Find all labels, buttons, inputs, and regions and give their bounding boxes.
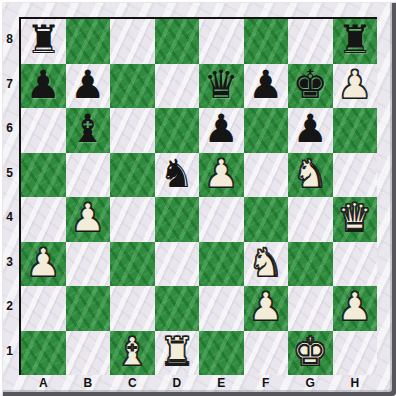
square-b8[interactable] <box>66 19 111 64</box>
square-h2[interactable]: ♟ <box>333 286 378 331</box>
piece-black-bishop: ♝ <box>70 108 105 152</box>
piece-white-pawn: ♟ <box>248 286 283 330</box>
square-f1[interactable] <box>244 331 289 376</box>
square-a2[interactable] <box>21 286 66 331</box>
piece-black-knight: ♞ <box>159 153 194 197</box>
piece-white-bishop: ♝ <box>115 331 150 375</box>
square-g5[interactable]: ♞ <box>288 153 333 198</box>
square-d2[interactable] <box>155 286 200 331</box>
square-d6[interactable] <box>155 108 200 153</box>
square-f8[interactable] <box>244 19 289 64</box>
piece-white-pawn: ♟ <box>337 286 372 330</box>
piece-white-knight: ♞ <box>293 153 328 197</box>
file-label-f: F <box>244 374 289 392</box>
file-label-g: G <box>288 374 333 392</box>
piece-black-rook: ♜ <box>337 19 372 63</box>
square-g1[interactable]: ♚ <box>288 331 333 376</box>
rank-label-8: 8 <box>0 17 19 62</box>
file-label-h: H <box>333 374 378 392</box>
square-b6[interactable]: ♝ <box>66 108 111 153</box>
square-e4[interactable] <box>199 197 244 242</box>
square-a6[interactable] <box>21 108 66 153</box>
square-h7[interactable]: ♟ <box>333 64 378 109</box>
square-e7[interactable]: ♛ <box>199 64 244 109</box>
square-b5[interactable] <box>66 153 111 198</box>
piece-black-pawn: ♟ <box>26 64 61 108</box>
piece-black-rook: ♜ <box>26 19 61 63</box>
rank-labels: 87654321 <box>0 17 19 375</box>
square-c1[interactable]: ♝ <box>110 331 155 376</box>
square-c7[interactable] <box>110 64 155 109</box>
rank-label-1: 1 <box>0 329 19 374</box>
square-e2[interactable] <box>199 286 244 331</box>
square-d5[interactable]: ♞ <box>155 153 200 198</box>
piece-white-pawn: ♟ <box>26 242 61 286</box>
piece-white-king: ♚ <box>293 331 328 375</box>
piece-white-pawn: ♟ <box>70 197 105 241</box>
board: ♜♜♟♟♛♟♚♟♝♟♟♞♟♞♟♛♟♞♟♟♝♜♚ <box>19 17 377 375</box>
square-g4[interactable] <box>288 197 333 242</box>
square-b7[interactable]: ♟ <box>66 64 111 109</box>
square-e1[interactable] <box>199 331 244 376</box>
square-h1[interactable] <box>333 331 378 376</box>
square-f5[interactable] <box>244 153 289 198</box>
file-label-a: A <box>21 374 66 392</box>
piece-black-pawn: ♟ <box>248 64 283 108</box>
square-f2[interactable]: ♟ <box>244 286 289 331</box>
square-c8[interactable] <box>110 19 155 64</box>
square-c5[interactable] <box>110 153 155 198</box>
rank-label-2: 2 <box>0 284 19 329</box>
square-f7[interactable]: ♟ <box>244 64 289 109</box>
piece-black-pawn: ♟ <box>293 108 328 152</box>
piece-black-king: ♚ <box>293 64 328 108</box>
rank-label-6: 6 <box>0 106 19 151</box>
square-d8[interactable] <box>155 19 200 64</box>
rank-label-4: 4 <box>0 195 19 240</box>
square-f4[interactable] <box>244 197 289 242</box>
piece-white-pawn: ♟ <box>337 64 372 108</box>
square-b1[interactable] <box>66 331 111 376</box>
square-b2[interactable] <box>66 286 111 331</box>
piece-black-pawn: ♟ <box>70 64 105 108</box>
rank-label-5: 5 <box>0 151 19 196</box>
rank-label-7: 7 <box>0 62 19 107</box>
square-h5[interactable] <box>333 153 378 198</box>
square-d3[interactable] <box>155 242 200 287</box>
square-a5[interactable] <box>21 153 66 198</box>
square-c6[interactable] <box>110 108 155 153</box>
square-a1[interactable] <box>21 331 66 376</box>
chess-board-window: 87654321 ♜♜♟♟♛♟♚♟♝♟♟♞♟♞♟♛♟♞♟♟♝♜♚ ABCDEFG… <box>0 0 396 396</box>
square-g2[interactable] <box>288 286 333 331</box>
square-b3[interactable] <box>66 242 111 287</box>
square-h8[interactable]: ♜ <box>333 19 378 64</box>
file-label-e: E <box>199 374 244 392</box>
piece-black-pawn: ♟ <box>204 108 239 152</box>
square-c4[interactable] <box>110 197 155 242</box>
piece-white-knight: ♞ <box>248 242 283 286</box>
square-g3[interactable] <box>288 242 333 287</box>
square-g6[interactable]: ♟ <box>288 108 333 153</box>
file-label-d: D <box>155 374 200 392</box>
square-e5[interactable]: ♟ <box>199 153 244 198</box>
square-a3[interactable]: ♟ <box>21 242 66 287</box>
square-g8[interactable] <box>288 19 333 64</box>
piece-black-queen: ♛ <box>204 64 239 108</box>
square-d7[interactable] <box>155 64 200 109</box>
square-g7[interactable]: ♚ <box>288 64 333 109</box>
square-h4[interactable]: ♛ <box>333 197 378 242</box>
piece-white-pawn: ♟ <box>204 153 239 197</box>
square-b4[interactable]: ♟ <box>66 197 111 242</box>
square-d1[interactable]: ♜ <box>155 331 200 376</box>
square-c2[interactable] <box>110 286 155 331</box>
file-labels: ABCDEFGH <box>21 374 377 392</box>
square-h6[interactable] <box>333 108 378 153</box>
square-e8[interactable] <box>199 19 244 64</box>
square-h3[interactable] <box>333 242 378 287</box>
rank-label-3: 3 <box>0 240 19 285</box>
square-c3[interactable] <box>110 242 155 287</box>
square-a4[interactable] <box>21 197 66 242</box>
file-label-b: B <box>66 374 111 392</box>
square-e6[interactable]: ♟ <box>199 108 244 153</box>
square-f6[interactable] <box>244 108 289 153</box>
file-label-c: C <box>110 374 155 392</box>
piece-white-queen: ♛ <box>337 197 372 241</box>
square-a8[interactable]: ♜ <box>21 19 66 64</box>
square-f3[interactable]: ♞ <box>244 242 289 287</box>
square-a7[interactable]: ♟ <box>21 64 66 109</box>
square-d4[interactable] <box>155 197 200 242</box>
square-e3[interactable] <box>199 242 244 287</box>
piece-white-rook: ♜ <box>159 331 194 375</box>
